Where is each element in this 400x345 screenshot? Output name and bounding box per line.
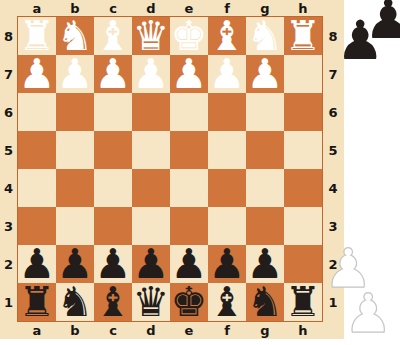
square-a1[interactable]: ♜ [18,283,56,321]
white-pawn-d7[interactable]: ♟ [133,55,170,93]
square-e4[interactable] [170,169,208,207]
black-knight-g1[interactable]: ♞ [247,283,284,321]
rank-label-8: 8 [0,17,17,55]
square-c6[interactable] [94,93,132,131]
white-rook-h8[interactable]: ♜ [285,17,322,55]
square-b5[interactable] [56,131,94,169]
rank-label-4: 4 [0,169,17,207]
square-d1[interactable]: ♛ [132,283,170,321]
square-e7[interactable]: ♟ [170,55,208,93]
white-pawn-e7[interactable]: ♟ [171,55,208,93]
white-pawn-g7[interactable]: ♟ [247,55,284,93]
square-b1[interactable]: ♞ [56,283,94,321]
square-c1[interactable]: ♝ [94,283,132,321]
square-a4[interactable] [18,169,56,207]
white-pawn-b7[interactable]: ♟ [57,55,94,93]
rank-label-3: 3 [0,207,17,245]
square-d7[interactable]: ♟ [132,55,170,93]
square-e6[interactable] [170,93,208,131]
square-f4[interactable] [208,169,246,207]
square-h4[interactable] [284,169,322,207]
rank-label-4: 4 [323,169,343,207]
square-c5[interactable] [94,131,132,169]
square-g1[interactable]: ♞ [246,283,284,321]
square-d6[interactable] [132,93,170,131]
square-b7[interactable]: ♟ [56,55,94,93]
square-f1[interactable]: ♝ [208,283,246,321]
black-king-e1[interactable]: ♚ [171,283,208,321]
rank-label-5: 5 [323,131,343,169]
square-f5[interactable] [208,131,246,169]
chess-demo-board: abcdefgh abcdefgh 87654321 87654321 ♜♞♝♛… [0,0,400,345]
white-pawn-c7[interactable]: ♟ [95,55,132,93]
white-pawn-f7[interactable]: ♟ [209,55,246,93]
square-h1[interactable]: ♜ [284,283,322,321]
black-bishop-f1[interactable]: ♝ [209,283,246,321]
square-h3[interactable] [284,207,322,245]
square-c4[interactable] [94,169,132,207]
square-b6[interactable] [56,93,94,131]
black-rook-a1[interactable]: ♜ [19,283,56,321]
spare-black-pawn-2[interactable]: ♟ [336,14,380,68]
white-pawn-a7[interactable]: ♟ [19,55,56,93]
rank-labels-left: 87654321 [0,17,17,321]
rank-label-7: 7 [0,55,17,93]
square-b4[interactable] [56,169,94,207]
square-g5[interactable] [246,131,284,169]
black-queen-d1[interactable]: ♛ [133,283,170,321]
square-g7[interactable]: ♟ [246,55,284,93]
square-a6[interactable] [18,93,56,131]
square-a5[interactable] [18,131,56,169]
square-d5[interactable] [132,131,170,169]
square-f6[interactable] [208,93,246,131]
black-rook-h1[interactable]: ♜ [285,283,322,321]
square-e1[interactable]: ♚ [170,283,208,321]
rank-label-2: 2 [0,245,17,283]
rank-label-6: 6 [323,93,343,131]
square-h5[interactable] [284,131,322,169]
square-h6[interactable] [284,93,322,131]
square-h7[interactable] [284,55,322,93]
spare-white-pawn-4[interactable]: ♟ [344,287,388,341]
square-e5[interactable] [170,131,208,169]
square-c7[interactable]: ♟ [94,55,132,93]
square-a7[interactable]: ♟ [18,55,56,93]
rank-label-6: 6 [0,93,17,131]
square-h8[interactable]: ♜ [284,17,322,55]
square-f7[interactable]: ♟ [208,55,246,93]
rank-label-5: 5 [0,131,17,169]
black-bishop-c1[interactable]: ♝ [95,283,132,321]
board-grid: ♜♞♝♛♚♝♞♜♟♟♟♟♟♟♟♟♟♟♟♟♟♟♜♞♝♛♚♝♞♜ [17,16,323,322]
square-d4[interactable] [132,169,170,207]
square-g4[interactable] [246,169,284,207]
square-g6[interactable] [246,93,284,131]
rank-label-1: 1 [0,283,17,321]
black-knight-b1[interactable]: ♞ [57,283,94,321]
